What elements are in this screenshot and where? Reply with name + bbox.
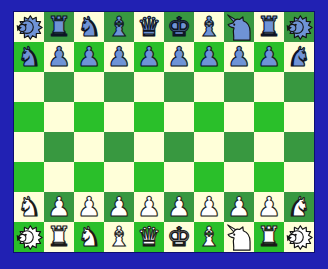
square-f6[interactable] — [164, 72, 194, 102]
square-f1[interactable]: ♚ — [164, 222, 194, 252]
piece-black-knight[interactable]: ♞ — [17, 42, 41, 72]
piece-white-rook[interactable]: ♜ — [47, 222, 71, 252]
piece-white-knight[interactable]: ♞ — [77, 222, 101, 252]
piece-black-rook[interactable]: ♜ — [47, 12, 71, 42]
piece-black-pawn[interactable]: ♟ — [77, 42, 101, 72]
piece-white-pawn[interactable]: ♟ — [137, 192, 161, 222]
square-j6[interactable] — [284, 72, 314, 102]
winboard-window: ♜♞♝♛♚♝♜♞♟♟♟♟♟♟♟♟♞♞♟♟♟♟♟♟♟♟♞♜♞♝♛♚♝♜ — [0, 0, 328, 269]
square-e6[interactable] — [134, 72, 164, 102]
square-e1[interactable]: ♛ — [134, 222, 164, 252]
square-d4[interactable] — [104, 132, 134, 162]
square-g4[interactable] — [194, 132, 224, 162]
piece-black-pawn[interactable]: ♟ — [257, 42, 281, 72]
square-h7[interactable]: ♟ — [224, 42, 254, 72]
square-d1[interactable]: ♝ — [104, 222, 134, 252]
square-e5[interactable] — [134, 102, 164, 132]
square-e8[interactable]: ♛ — [134, 12, 164, 42]
square-d7[interactable]: ♟ — [104, 42, 134, 72]
piece-black-rook[interactable]: ♜ — [257, 12, 281, 42]
square-h8[interactable] — [224, 12, 254, 42]
square-g1[interactable]: ♝ — [194, 222, 224, 252]
square-f8[interactable]: ♚ — [164, 12, 194, 42]
piece-black-pawn[interactable]: ♟ — [197, 42, 221, 72]
chess-board: ♜♞♝♛♚♝♜♞♟♟♟♟♟♟♟♟♞♞♟♟♟♟♟♟♟♟♞♜♞♝♛♚♝♜ — [14, 12, 314, 252]
square-f7[interactable]: ♟ — [164, 42, 194, 72]
piece-white-rook[interactable]: ♜ — [257, 222, 281, 252]
square-a3[interactable] — [14, 162, 44, 192]
square-i2[interactable]: ♟ — [254, 192, 284, 222]
square-a1[interactable] — [14, 222, 44, 252]
piece-black-lion[interactable] — [286, 14, 313, 41]
square-d2[interactable]: ♟ — [104, 192, 134, 222]
square-b5[interactable] — [44, 102, 74, 132]
piece-black-pawn[interactable]: ♟ — [107, 42, 131, 72]
square-b4[interactable] — [44, 132, 74, 162]
square-g3[interactable] — [194, 162, 224, 192]
square-a2[interactable]: ♞ — [14, 192, 44, 222]
piece-white-unicorn[interactable] — [226, 224, 253, 251]
square-c4[interactable] — [74, 132, 104, 162]
square-e3[interactable] — [134, 162, 164, 192]
square-e4[interactable] — [134, 132, 164, 162]
square-i6[interactable] — [254, 72, 284, 102]
piece-black-king[interactable]: ♚ — [167, 12, 191, 42]
piece-white-pawn[interactable]: ♟ — [227, 192, 251, 222]
square-a4[interactable] — [14, 132, 44, 162]
piece-white-bishop[interactable]: ♝ — [107, 222, 131, 252]
square-h2[interactable]: ♟ — [224, 192, 254, 222]
piece-white-lion[interactable] — [286, 224, 313, 251]
piece-white-lion[interactable] — [16, 224, 43, 251]
piece-black-pawn[interactable]: ♟ — [47, 42, 71, 72]
square-j8[interactable] — [284, 12, 314, 42]
piece-black-pawn[interactable]: ♟ — [137, 42, 161, 72]
square-j3[interactable] — [284, 162, 314, 192]
square-i3[interactable] — [254, 162, 284, 192]
piece-white-pawn[interactable]: ♟ — [257, 192, 281, 222]
square-h5[interactable] — [224, 102, 254, 132]
square-h6[interactable] — [224, 72, 254, 102]
square-c1[interactable]: ♞ — [74, 222, 104, 252]
square-b7[interactable]: ♟ — [44, 42, 74, 72]
square-d3[interactable] — [104, 162, 134, 192]
square-j1[interactable] — [284, 222, 314, 252]
square-i7[interactable]: ♟ — [254, 42, 284, 72]
square-b8[interactable]: ♜ — [44, 12, 74, 42]
square-b3[interactable] — [44, 162, 74, 192]
piece-black-lion[interactable] — [16, 14, 43, 41]
square-i4[interactable] — [254, 132, 284, 162]
square-c7[interactable]: ♟ — [74, 42, 104, 72]
square-b6[interactable] — [44, 72, 74, 102]
square-f5[interactable] — [164, 102, 194, 132]
piece-black-bishop[interactable]: ♝ — [197, 12, 221, 42]
square-i8[interactable]: ♜ — [254, 12, 284, 42]
piece-black-pawn[interactable]: ♟ — [167, 42, 191, 72]
piece-black-bishop[interactable]: ♝ — [107, 12, 131, 42]
piece-white-bishop[interactable]: ♝ — [197, 222, 221, 252]
square-j5[interactable] — [284, 102, 314, 132]
square-c2[interactable]: ♟ — [74, 192, 104, 222]
square-g7[interactable]: ♟ — [194, 42, 224, 72]
piece-black-knight[interactable]: ♞ — [287, 42, 311, 72]
square-c6[interactable] — [74, 72, 104, 102]
piece-white-pawn[interactable]: ♟ — [107, 192, 131, 222]
piece-black-queen[interactable]: ♛ — [137, 12, 161, 42]
square-j4[interactable] — [284, 132, 314, 162]
square-h3[interactable] — [224, 162, 254, 192]
piece-black-pawn[interactable]: ♟ — [227, 42, 251, 72]
piece-white-queen[interactable]: ♛ — [137, 222, 161, 252]
piece-white-pawn[interactable]: ♟ — [167, 192, 191, 222]
square-d8[interactable]: ♝ — [104, 12, 134, 42]
square-f4[interactable] — [164, 132, 194, 162]
square-g8[interactable]: ♝ — [194, 12, 224, 42]
piece-black-knight[interactable]: ♞ — [77, 12, 101, 42]
square-g5[interactable] — [194, 102, 224, 132]
square-c3[interactable] — [74, 162, 104, 192]
square-i5[interactable] — [254, 102, 284, 132]
square-h1[interactable] — [224, 222, 254, 252]
piece-black-unicorn[interactable] — [226, 14, 253, 41]
square-g6[interactable] — [194, 72, 224, 102]
square-f3[interactable] — [164, 162, 194, 192]
square-h4[interactable] — [224, 132, 254, 162]
piece-white-knight[interactable]: ♞ — [287, 192, 311, 222]
square-a5[interactable] — [14, 102, 44, 132]
square-a7[interactable]: ♞ — [14, 42, 44, 72]
square-e2[interactable]: ♟ — [134, 192, 164, 222]
square-a6[interactable] — [14, 72, 44, 102]
piece-white-knight[interactable]: ♞ — [17, 192, 41, 222]
piece-white-king[interactable]: ♚ — [167, 222, 191, 252]
square-g2[interactable]: ♟ — [194, 192, 224, 222]
square-i1[interactable]: ♜ — [254, 222, 284, 252]
square-j2[interactable]: ♞ — [284, 192, 314, 222]
square-j7[interactable]: ♞ — [284, 42, 314, 72]
piece-white-pawn[interactable]: ♟ — [77, 192, 101, 222]
square-c5[interactable] — [74, 102, 104, 132]
square-f2[interactable]: ♟ — [164, 192, 194, 222]
square-d6[interactable] — [104, 72, 134, 102]
piece-white-pawn[interactable]: ♟ — [197, 192, 221, 222]
square-b1[interactable]: ♜ — [44, 222, 74, 252]
piece-white-pawn[interactable]: ♟ — [47, 192, 71, 222]
square-c8[interactable]: ♞ — [74, 12, 104, 42]
square-e7[interactable]: ♟ — [134, 42, 164, 72]
square-a8[interactable] — [14, 12, 44, 42]
square-d5[interactable] — [104, 102, 134, 132]
square-b2[interactable]: ♟ — [44, 192, 74, 222]
